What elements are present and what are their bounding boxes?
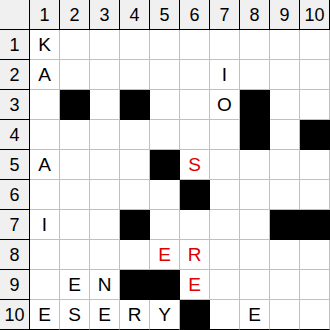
crossword-board: 123456789101K2AI3O45AS67I8ER9ENE10ESERYE: [0, 0, 330, 330]
col-header-4: 4: [120, 0, 150, 30]
cell-r7c2[interactable]: [60, 210, 90, 240]
col-header-3: 3: [90, 0, 120, 30]
row-header-8: 8: [0, 240, 30, 270]
cell-r1c2[interactable]: [60, 30, 90, 60]
row-header-2: 2: [0, 60, 30, 90]
cell-r8c5[interactable]: E: [150, 240, 180, 270]
cell-r2c10[interactable]: [300, 60, 330, 90]
cell-r4c3[interactable]: [90, 120, 120, 150]
cell-r1c6[interactable]: [180, 30, 210, 60]
col-header-6: 6: [180, 0, 210, 30]
cell-r9c8[interactable]: [240, 270, 270, 300]
block-cell-r10c6: [180, 300, 210, 330]
cell-r8c4[interactable]: [120, 240, 150, 270]
cell-r2c1[interactable]: A: [30, 60, 60, 90]
cell-r7c1[interactable]: I: [30, 210, 60, 240]
cell-r5c4[interactable]: [120, 150, 150, 180]
cell-r3c7[interactable]: O: [210, 90, 240, 120]
col-header-5: 5: [150, 0, 180, 30]
cell-r3c1[interactable]: [30, 90, 60, 120]
cell-r1c1[interactable]: K: [30, 30, 60, 60]
cell-r5c1[interactable]: A: [30, 150, 60, 180]
cell-r8c2[interactable]: [60, 240, 90, 270]
cell-r8c7[interactable]: [210, 240, 240, 270]
block-cell-r6c6: [180, 180, 210, 210]
cell-r4c5[interactable]: [150, 120, 180, 150]
cell-r10c3[interactable]: E: [90, 300, 120, 330]
block-cell-r3c2: [60, 90, 90, 120]
cell-r2c9[interactable]: [270, 60, 300, 90]
col-header-8: 8: [240, 0, 270, 30]
cell-r1c8[interactable]: [240, 30, 270, 60]
block-cell-r7c4: [120, 210, 150, 240]
cell-r4c9[interactable]: [270, 120, 300, 150]
cell-r8c8[interactable]: [240, 240, 270, 270]
cell-r6c9[interactable]: [270, 180, 300, 210]
cell-r5c10[interactable]: [300, 150, 330, 180]
cell-r5c9[interactable]: [270, 150, 300, 180]
col-header-1: 1: [30, 0, 60, 30]
cell-r6c2[interactable]: [60, 180, 90, 210]
cell-r1c10[interactable]: [300, 30, 330, 60]
cell-r2c6[interactable]: [180, 60, 210, 90]
block-cell-r7c10: [300, 210, 330, 240]
cell-r6c5[interactable]: [150, 180, 180, 210]
cell-r3c6[interactable]: [180, 90, 210, 120]
col-header-7: 7: [210, 0, 240, 30]
block-cell-r3c4: [120, 90, 150, 120]
cell-r3c3[interactable]: [90, 90, 120, 120]
row-header-4: 4: [0, 120, 30, 150]
cell-r10c10[interactable]: [300, 300, 330, 330]
cell-r6c8[interactable]: [240, 180, 270, 210]
cell-r10c1[interactable]: E: [30, 300, 60, 330]
col-header-10: 10: [300, 0, 330, 30]
cell-r8c10[interactable]: [300, 240, 330, 270]
cell-r6c1[interactable]: [30, 180, 60, 210]
cell-r4c4[interactable]: [120, 120, 150, 150]
cell-r2c7[interactable]: I: [210, 60, 240, 90]
cell-r8c3[interactable]: [90, 240, 120, 270]
col-header-9: 9: [270, 0, 300, 30]
cell-r3c9[interactable]: [270, 90, 300, 120]
cell-r2c4[interactable]: [120, 60, 150, 90]
row-header-6: 6: [0, 180, 30, 210]
cell-r10c7[interactable]: [210, 300, 240, 330]
row-header-10: 10: [0, 300, 30, 330]
block-cell-r3c8: [240, 90, 270, 120]
cell-r6c4[interactable]: [120, 180, 150, 210]
cell-r9c3[interactable]: N: [90, 270, 120, 300]
cell-r2c3[interactable]: [90, 60, 120, 90]
cell-r6c10[interactable]: [300, 180, 330, 210]
cell-r10c9[interactable]: [270, 300, 300, 330]
cell-r3c10[interactable]: [300, 90, 330, 120]
row-header-9: 9: [0, 270, 30, 300]
cell-r4c2[interactable]: [60, 120, 90, 150]
block-cell-r7c9: [270, 210, 300, 240]
cell-r10c5[interactable]: Y: [150, 300, 180, 330]
block-cell-r4c8: [240, 120, 270, 150]
row-header-1: 1: [0, 30, 30, 60]
cell-r6c3[interactable]: [90, 180, 120, 210]
cell-r10c2[interactable]: S: [60, 300, 90, 330]
cell-r7c5[interactable]: [150, 210, 180, 240]
block-cell-r9c5: [150, 270, 180, 300]
cell-r5c6[interactable]: S: [180, 150, 210, 180]
cell-r9c1[interactable]: [30, 270, 60, 300]
cell-r9c10[interactable]: [300, 270, 330, 300]
cell-r10c4[interactable]: R: [120, 300, 150, 330]
cell-r4c1[interactable]: [30, 120, 60, 150]
cell-r8c1[interactable]: [30, 240, 60, 270]
cell-r9c7[interactable]: [210, 270, 240, 300]
cell-r3c5[interactable]: [150, 90, 180, 120]
cell-r5c8[interactable]: [240, 150, 270, 180]
cell-r1c7[interactable]: [210, 30, 240, 60]
cell-r8c6[interactable]: R: [180, 240, 210, 270]
cell-r1c5[interactable]: [150, 30, 180, 60]
cell-r2c8[interactable]: [240, 60, 270, 90]
row-header-7: 7: [0, 210, 30, 240]
row-header-3: 3: [0, 90, 30, 120]
cell-r1c3[interactable]: [90, 30, 120, 60]
cell-r5c3[interactable]: [90, 150, 120, 180]
cell-r9c6[interactable]: E: [180, 270, 210, 300]
corner-cell: [0, 0, 30, 30]
cell-r4c6[interactable]: [180, 120, 210, 150]
cell-r2c5[interactable]: [150, 60, 180, 90]
col-header-2: 2: [60, 0, 90, 30]
block-cell-r4c10: [300, 120, 330, 150]
cell-r1c9[interactable]: [270, 30, 300, 60]
cell-r7c8[interactable]: [240, 210, 270, 240]
cell-r7c7[interactable]: [210, 210, 240, 240]
cell-r7c6[interactable]: [180, 210, 210, 240]
cell-r5c7[interactable]: [210, 150, 240, 180]
cell-r10c8[interactable]: E: [240, 300, 270, 330]
block-cell-r5c5: [150, 150, 180, 180]
cell-r4c7[interactable]: [210, 120, 240, 150]
cell-r6c7[interactable]: [210, 180, 240, 210]
cell-r7c3[interactable]: [90, 210, 120, 240]
cell-r9c9[interactable]: [270, 270, 300, 300]
cell-r9c2[interactable]: E: [60, 270, 90, 300]
cell-r8c9[interactable]: [270, 240, 300, 270]
row-header-5: 5: [0, 150, 30, 180]
block-cell-r9c4: [120, 270, 150, 300]
cell-r2c2[interactable]: [60, 60, 90, 90]
cell-r1c4[interactable]: [120, 30, 150, 60]
cell-r5c2[interactable]: [60, 150, 90, 180]
